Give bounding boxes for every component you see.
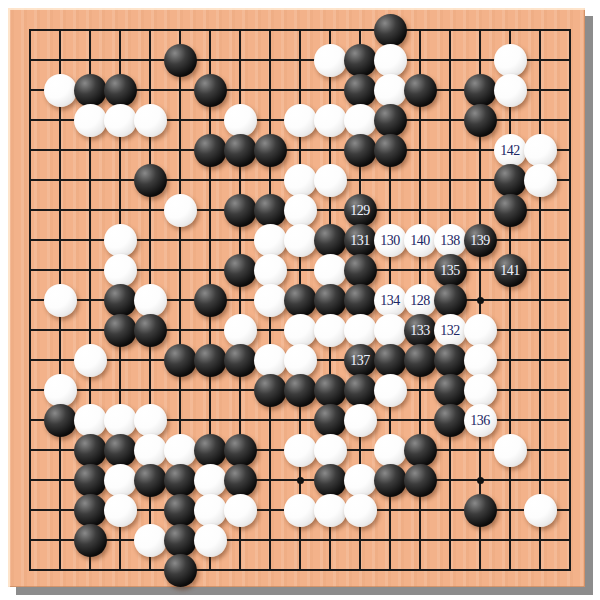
stone-black <box>194 434 227 467</box>
move-number-label: 135 <box>440 263 460 278</box>
stone-white <box>374 434 407 467</box>
stone-white <box>134 434 167 467</box>
stone-black <box>344 284 377 317</box>
stone-white <box>374 314 407 347</box>
move-number-label: 133 <box>410 323 430 338</box>
stone-black <box>104 434 137 467</box>
stone-white: 134 <box>374 284 407 317</box>
stone-black <box>464 74 497 107</box>
stone-white: 132 <box>434 314 467 347</box>
move-number-label: 128 <box>410 293 430 308</box>
stone-black <box>284 284 317 317</box>
stone-black <box>104 284 137 317</box>
grid-line-horizontal <box>29 569 571 571</box>
stone-black <box>374 104 407 137</box>
stone-black <box>374 464 407 497</box>
stone-white <box>374 74 407 107</box>
stone-black <box>224 134 257 167</box>
stone-black <box>74 464 107 497</box>
stone-black <box>194 284 227 317</box>
stone-black <box>164 464 197 497</box>
stone-black <box>164 524 197 557</box>
stone-white <box>344 104 377 137</box>
stone-black <box>104 314 137 347</box>
stone-white <box>314 254 347 287</box>
stone-white <box>374 44 407 77</box>
stone-white <box>104 104 137 137</box>
stone-white <box>374 374 407 407</box>
move-number-label: 140 <box>410 233 430 248</box>
stone-black <box>344 44 377 77</box>
stone-white <box>284 494 317 527</box>
stone-black <box>224 194 257 227</box>
stone-black: 137 <box>344 344 377 377</box>
stone-black <box>224 254 257 287</box>
stone-black: 135 <box>434 254 467 287</box>
stone-black <box>404 74 437 107</box>
go-board[interactable]: 1421291311301401381391351411341281331321… <box>8 8 585 587</box>
stone-white <box>104 404 137 437</box>
stone-white <box>104 464 137 497</box>
stone-white <box>344 314 377 347</box>
stone-black <box>434 344 467 377</box>
stone-white <box>254 254 287 287</box>
stone-black <box>374 344 407 377</box>
stone-white <box>134 524 167 557</box>
move-number-label: 129 <box>350 203 370 218</box>
move-number-label: 139 <box>470 233 490 248</box>
stone-white <box>74 104 107 137</box>
stone-white <box>134 284 167 317</box>
stone-black <box>464 494 497 527</box>
move-number-label: 138 <box>440 233 460 248</box>
stone-black <box>344 254 377 287</box>
stone-black <box>314 284 347 317</box>
stone-black <box>344 74 377 107</box>
stone-white <box>314 314 347 347</box>
star-point <box>477 297 484 304</box>
stone-white <box>134 404 167 437</box>
stone-black <box>224 464 257 497</box>
move-number-label: 132 <box>440 323 460 338</box>
move-number-label: 142 <box>500 143 520 158</box>
stone-black <box>134 464 167 497</box>
stone-white <box>314 164 347 197</box>
stone-white: 138 <box>434 224 467 257</box>
stone-black <box>224 434 257 467</box>
stone-black <box>374 134 407 167</box>
stone-black: 129 <box>344 194 377 227</box>
stone-black: 131 <box>344 224 377 257</box>
stone-black <box>434 374 467 407</box>
stone-black <box>74 74 107 107</box>
stone-white <box>284 434 317 467</box>
stone-white <box>284 194 317 227</box>
stone-white <box>104 254 137 287</box>
stone-black <box>44 404 77 437</box>
stone-white <box>194 494 227 527</box>
stone-white <box>314 494 347 527</box>
stone-white <box>284 344 317 377</box>
stone-white <box>344 464 377 497</box>
stone-black <box>404 434 437 467</box>
stone-white: 136 <box>464 404 497 437</box>
stone-black <box>494 194 527 227</box>
stone-black <box>134 314 167 347</box>
stone-white: 142 <box>494 134 527 167</box>
stone-black <box>314 404 347 437</box>
stone-black <box>224 344 257 377</box>
stone-black <box>164 44 197 77</box>
stone-white <box>464 344 497 377</box>
stone-white <box>524 134 557 167</box>
stone-white <box>194 524 227 557</box>
move-number-label: 141 <box>500 263 520 278</box>
stone-white <box>284 164 317 197</box>
stone-black: 141 <box>494 254 527 287</box>
stone-white <box>164 194 197 227</box>
stone-white: 140 <box>404 224 437 257</box>
stone-white <box>284 314 317 347</box>
move-number-label: 130 <box>380 233 400 248</box>
stone-white <box>344 404 377 437</box>
stone-white <box>254 284 287 317</box>
stone-black <box>314 224 347 257</box>
stone-white <box>494 74 527 107</box>
stone-white <box>104 494 137 527</box>
stone-white <box>284 104 317 137</box>
stone-white <box>344 494 377 527</box>
stone-white <box>104 224 137 257</box>
stone-black <box>104 74 137 107</box>
stone-white: 128 <box>404 284 437 317</box>
stone-white <box>494 434 527 467</box>
grid-line-horizontal <box>29 539 571 541</box>
star-point <box>297 477 304 484</box>
move-number-label: 137 <box>350 353 370 368</box>
stone-white <box>524 494 557 527</box>
stone-black <box>254 374 287 407</box>
stone-black <box>374 14 407 47</box>
grid-line-vertical <box>569 29 571 571</box>
stone-white <box>134 104 167 137</box>
stone-black <box>164 494 197 527</box>
stone-white <box>44 74 77 107</box>
stone-white <box>494 44 527 77</box>
grid-line-vertical <box>509 29 511 571</box>
page-background: { "game": "go", "board": { "size": 19, "… <box>0 0 600 600</box>
move-number-label: 131 <box>350 233 370 248</box>
stone-black: 139 <box>464 224 497 257</box>
stone-white <box>224 314 257 347</box>
stone-black <box>74 524 107 557</box>
stone-black: 133 <box>404 314 437 347</box>
stone-black <box>134 164 167 197</box>
stone-white <box>164 434 197 467</box>
stone-black <box>494 164 527 197</box>
stone-black <box>464 104 497 137</box>
stone-black <box>194 344 227 377</box>
stone-white <box>224 104 257 137</box>
move-number-label: 134 <box>380 293 400 308</box>
stone-white <box>254 344 287 377</box>
stone-white <box>464 374 497 407</box>
stone-white <box>284 224 317 257</box>
stone-black <box>404 344 437 377</box>
stone-white <box>44 284 77 317</box>
move-number-label: 136 <box>470 413 490 428</box>
stone-white <box>74 344 107 377</box>
stone-white <box>524 164 557 197</box>
stone-white <box>464 314 497 347</box>
stone-black <box>194 74 227 107</box>
stone-white <box>224 494 257 527</box>
stone-black <box>164 554 197 587</box>
stone-black <box>284 374 317 407</box>
stone-black <box>344 134 377 167</box>
stone-white <box>194 464 227 497</box>
stone-white <box>314 104 347 137</box>
stone-white <box>44 374 77 407</box>
grid-line-vertical <box>539 29 541 571</box>
stone-black <box>74 434 107 467</box>
stone-black <box>74 494 107 527</box>
stone-black <box>434 284 467 317</box>
stone-white <box>314 434 347 467</box>
stone-black <box>344 374 377 407</box>
stone-black <box>434 404 467 437</box>
star-point <box>477 477 484 484</box>
stone-white <box>314 44 347 77</box>
stone-black <box>164 344 197 377</box>
stone-black <box>314 374 347 407</box>
stone-black <box>404 464 437 497</box>
stone-black <box>254 134 287 167</box>
stone-black <box>194 134 227 167</box>
stone-black <box>314 464 347 497</box>
stone-black <box>254 194 287 227</box>
stone-white <box>254 224 287 257</box>
stone-white: 130 <box>374 224 407 257</box>
stone-white <box>74 404 107 437</box>
